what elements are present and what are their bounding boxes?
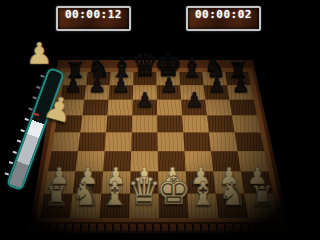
chess-game-scene: 00:00:12 00:00:02 ♜♞♝♛♚♝♞♜♟♟♟♟♟♟♟♟♟♟♟♟♟♟… bbox=[0, 0, 320, 240]
clock-left: 00:00:12 bbox=[56, 6, 131, 31]
clock-right-time: 00:00:02 bbox=[188, 8, 259, 29]
gauge-tick bbox=[21, 129, 25, 132]
piece-white-knight-g1[interactable]: ♞ bbox=[217, 179, 249, 211]
clock-left-time: 00:00:12 bbox=[58, 8, 129, 29]
white-pawn-icon: ♟ bbox=[26, 38, 53, 70]
gauge-marker bbox=[33, 112, 39, 116]
clock-right: 00:00:02 bbox=[186, 6, 261, 31]
piece-black-pawn-c7[interactable]: ♟ bbox=[111, 76, 131, 96]
piece-black-pawn-f6[interactable]: ♟ bbox=[184, 90, 204, 110]
gauge-tick bbox=[13, 150, 17, 153]
piece-white-bishop-f1[interactable]: ♝ bbox=[187, 178, 220, 211]
piece-black-pawn-d6[interactable]: ♟ bbox=[135, 90, 155, 110]
gauge-tick bbox=[36, 85, 40, 88]
gauge-tick bbox=[25, 118, 29, 121]
piece-black-pawn-h7[interactable]: ♟ bbox=[231, 76, 251, 96]
gauge-tick bbox=[32, 96, 36, 99]
piece-white-knight-b1[interactable]: ♞ bbox=[70, 179, 102, 211]
gauge-tick bbox=[5, 172, 9, 175]
gauge-tick bbox=[28, 107, 32, 110]
piece-white-rook-a1[interactable]: ♜ bbox=[42, 183, 70, 211]
gauge-tick bbox=[40, 75, 44, 78]
gauge-tick bbox=[9, 161, 13, 164]
piece-black-pawn-e7[interactable]: ♟ bbox=[159, 76, 179, 96]
piece-black-pawn-b7[interactable]: ♟ bbox=[87, 76, 107, 96]
gauge-tick bbox=[17, 139, 21, 142]
piece-black-pawn-g7[interactable]: ♟ bbox=[207, 76, 227, 96]
piece-white-rook-h1[interactable]: ♜ bbox=[248, 183, 276, 211]
piece-black-bishop-f8[interactable]: ♝ bbox=[179, 55, 205, 81]
